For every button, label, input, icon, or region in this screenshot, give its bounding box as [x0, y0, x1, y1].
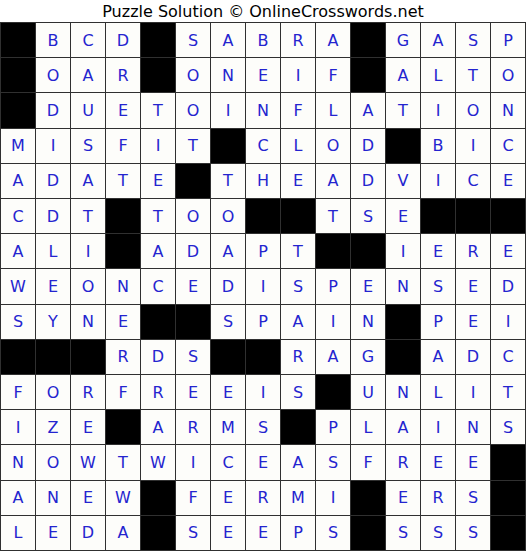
- block-cell-r1c1: [1, 23, 36, 58]
- letter-cell-r13c3: W: [71, 445, 106, 480]
- letter-cell-r6c7: O: [211, 199, 246, 234]
- letter-cell-r6c11: S: [351, 199, 386, 234]
- letter-cell-r9c4: E: [106, 305, 141, 340]
- letter-cell-r12c6: R: [176, 410, 211, 445]
- letter-cell-r9c2: Y: [36, 305, 71, 340]
- letter-cell-r10c14: D: [456, 340, 491, 375]
- block-cell-r10c12: [386, 340, 421, 375]
- letter-cell-r5c14: C: [456, 164, 491, 199]
- letter-cell-r15c3: D: [71, 516, 106, 551]
- letter-cell-r5c7: T: [211, 164, 246, 199]
- letter-cell-r5c13: I: [421, 164, 456, 199]
- block-cell-r4c7: [211, 129, 246, 164]
- crossword-grid: BCDSABRAGASPOARONEIFALTODUETOINFLATIONMI…: [0, 22, 526, 551]
- letter-cell-r12c13: I: [421, 410, 456, 445]
- letter-cell-r13c7: C: [211, 445, 246, 480]
- letter-cell-r9c11: N: [351, 305, 386, 340]
- block-cell-r7c4: [106, 234, 141, 269]
- letter-cell-r11c9: S: [281, 375, 316, 410]
- letter-cell-r4c2: I: [36, 129, 71, 164]
- block-cell-r10c1: [1, 340, 36, 375]
- letter-cell-r6c12: E: [386, 199, 421, 234]
- letter-cell-r3c12: T: [386, 93, 421, 128]
- letter-cell-r15c8: E: [246, 516, 281, 551]
- letter-cell-r11c12: N: [386, 375, 421, 410]
- letter-cell-r12c11: L: [351, 410, 386, 445]
- letter-cell-r10c9: R: [281, 340, 316, 375]
- letter-cell-r3c10: L: [316, 93, 351, 128]
- letter-cell-r5c12: V: [386, 164, 421, 199]
- letter-cell-r9c3: N: [71, 305, 106, 340]
- block-cell-r14c15: [491, 481, 526, 516]
- letter-cell-r4c10: O: [316, 129, 351, 164]
- block-cell-r14c11: [351, 481, 386, 516]
- letter-cell-r14c3: E: [71, 481, 106, 516]
- letter-cell-r13c13: E: [421, 445, 456, 480]
- letter-cell-r9c8: P: [246, 305, 281, 340]
- block-cell-r11c10: [316, 375, 351, 410]
- letter-cell-r11c2: O: [36, 375, 71, 410]
- letter-cell-r8c2: E: [36, 269, 71, 304]
- letter-cell-r3c5: T: [141, 93, 176, 128]
- letter-cell-r2c9: I: [281, 58, 316, 93]
- letter-cell-r8c4: N: [106, 269, 141, 304]
- letter-cell-r12c2: Z: [36, 410, 71, 445]
- letter-cell-r13c14: E: [456, 445, 491, 480]
- letter-cell-r14c9: M: [281, 481, 316, 516]
- letter-cell-r12c8: S: [246, 410, 281, 445]
- block-cell-r14c5: [141, 481, 176, 516]
- letter-cell-r4c13: B: [421, 129, 456, 164]
- block-cell-r4c12: [386, 129, 421, 164]
- block-cell-r2c1: [1, 58, 36, 93]
- letter-cell-r5c1: A: [1, 164, 36, 199]
- letter-cell-r10c5: D: [141, 340, 176, 375]
- letter-cell-r4c5: I: [141, 129, 176, 164]
- letter-cell-r5c8: H: [246, 164, 281, 199]
- letter-cell-r13c2: O: [36, 445, 71, 480]
- letter-cell-r14c4: W: [106, 481, 141, 516]
- letter-cell-r7c12: I: [386, 234, 421, 269]
- letter-cell-r4c9: L: [281, 129, 316, 164]
- letter-cell-r13c5: W: [141, 445, 176, 480]
- letter-cell-r7c2: L: [36, 234, 71, 269]
- letter-cell-r11c3: R: [71, 375, 106, 410]
- letter-cell-r11c14: I: [456, 375, 491, 410]
- letter-cell-r11c5: R: [141, 375, 176, 410]
- letter-cell-r12c10: P: [316, 410, 351, 445]
- block-cell-r13c15: [491, 445, 526, 480]
- letter-cell-r7c7: A: [211, 234, 246, 269]
- letter-cell-r1c6: S: [176, 23, 211, 58]
- block-cell-r10c8: [246, 340, 281, 375]
- block-cell-r1c5: [141, 23, 176, 58]
- letter-cell-r9c10: I: [316, 305, 351, 340]
- letter-cell-r8c14: E: [456, 269, 491, 304]
- letter-cell-r11c15: T: [491, 375, 526, 410]
- letter-cell-r3c9: F: [281, 93, 316, 128]
- letter-cell-r15c2: E: [36, 516, 71, 551]
- letter-cell-r13c4: T: [106, 445, 141, 480]
- letter-cell-r7c13: E: [421, 234, 456, 269]
- letter-cell-r14c10: I: [316, 481, 351, 516]
- page-title: Puzzle Solution © OnlineCrosswords.net: [0, 0, 526, 22]
- letter-cell-r15c14: S: [456, 516, 491, 551]
- block-cell-r1c11: [351, 23, 386, 58]
- block-cell-r10c3: [71, 340, 106, 375]
- letter-cell-r14c6: F: [176, 481, 211, 516]
- letter-cell-r7c1: A: [1, 234, 36, 269]
- block-cell-r12c9: [281, 410, 316, 445]
- block-cell-r15c15: [491, 516, 526, 551]
- block-cell-r2c5: [141, 58, 176, 93]
- letter-cell-r8c3: O: [71, 269, 106, 304]
- letter-cell-r10c13: A: [421, 340, 456, 375]
- letter-cell-r8c6: E: [176, 269, 211, 304]
- letter-cell-r11c4: F: [106, 375, 141, 410]
- letter-cell-r1c2: B: [36, 23, 71, 58]
- letter-cell-r1c4: D: [106, 23, 141, 58]
- letter-cell-r13c12: R: [386, 445, 421, 480]
- letter-cell-r15c10: S: [316, 516, 351, 551]
- letter-cell-r6c6: O: [176, 199, 211, 234]
- block-cell-r6c15: [491, 199, 526, 234]
- block-cell-r9c6: [176, 305, 211, 340]
- letter-cell-r5c9: E: [281, 164, 316, 199]
- letter-cell-r6c5: T: [141, 199, 176, 234]
- letter-cell-r10c10: A: [316, 340, 351, 375]
- letter-cell-r8c11: E: [351, 269, 386, 304]
- letter-cell-r3c14: O: [456, 93, 491, 128]
- letter-cell-r2c2: O: [36, 58, 71, 93]
- letter-cell-r4c3: S: [71, 129, 106, 164]
- letter-cell-r8c13: S: [421, 269, 456, 304]
- letter-cell-r1c10: A: [316, 23, 351, 58]
- letter-cell-r10c6: S: [176, 340, 211, 375]
- letter-cell-r11c11: U: [351, 375, 386, 410]
- letter-cell-r15c9: P: [281, 516, 316, 551]
- letter-cell-r12c7: M: [211, 410, 246, 445]
- letter-cell-r11c6: E: [176, 375, 211, 410]
- block-cell-r6c14: [456, 199, 491, 234]
- letter-cell-r7c3: I: [71, 234, 106, 269]
- letter-cell-r5c5: E: [141, 164, 176, 199]
- letter-cell-r12c1: I: [1, 410, 36, 445]
- letter-cell-r3c3: U: [71, 93, 106, 128]
- letter-cell-r3c13: I: [421, 93, 456, 128]
- letter-cell-r14c8: R: [246, 481, 281, 516]
- letter-cell-r3c7: I: [211, 93, 246, 128]
- letter-cell-r14c1: A: [1, 481, 36, 516]
- letter-cell-r15c12: S: [386, 516, 421, 551]
- letter-cell-r6c3: T: [71, 199, 106, 234]
- letter-cell-r7c15: E: [491, 234, 526, 269]
- letter-cell-r1c8: B: [246, 23, 281, 58]
- letter-cell-r4c11: D: [351, 129, 386, 164]
- block-cell-r12c4: [106, 410, 141, 445]
- letter-cell-r4c6: T: [176, 129, 211, 164]
- letter-cell-r2c12: A: [386, 58, 421, 93]
- block-cell-r10c7: [211, 340, 246, 375]
- letter-cell-r2c13: L: [421, 58, 456, 93]
- letter-cell-r12c14: N: [456, 410, 491, 445]
- letter-cell-r8c15: D: [491, 269, 526, 304]
- letter-cell-r3c11: A: [351, 93, 386, 128]
- letter-cell-r8c8: I: [246, 269, 281, 304]
- letter-cell-r7c8: P: [246, 234, 281, 269]
- block-cell-r7c11: [351, 234, 386, 269]
- letter-cell-r5c10: A: [316, 164, 351, 199]
- letter-cell-r8c7: D: [211, 269, 246, 304]
- letter-cell-r2c14: T: [456, 58, 491, 93]
- letter-cell-r13c11: F: [351, 445, 386, 480]
- block-cell-r5c6: [176, 164, 211, 199]
- letter-cell-r3c8: N: [246, 93, 281, 128]
- letter-cell-r15c6: S: [176, 516, 211, 551]
- letter-cell-r8c9: S: [281, 269, 316, 304]
- letter-cell-r10c15: C: [491, 340, 526, 375]
- block-cell-r6c13: [421, 199, 456, 234]
- block-cell-r15c5: [141, 516, 176, 551]
- letter-cell-r13c6: I: [176, 445, 211, 480]
- letter-cell-r8c1: W: [1, 269, 36, 304]
- letter-cell-r14c13: R: [421, 481, 456, 516]
- letter-cell-r1c9: R: [281, 23, 316, 58]
- block-cell-r7c10: [316, 234, 351, 269]
- block-cell-r9c12: [386, 305, 421, 340]
- letter-cell-r5c15: E: [491, 164, 526, 199]
- letter-cell-r2c10: F: [316, 58, 351, 93]
- letter-cell-r14c14: S: [456, 481, 491, 516]
- letter-cell-r13c1: N: [1, 445, 36, 480]
- letter-cell-r5c4: T: [106, 164, 141, 199]
- letter-cell-r1c12: G: [386, 23, 421, 58]
- letter-cell-r12c12: A: [386, 410, 421, 445]
- letter-cell-r1c3: C: [71, 23, 106, 58]
- letter-cell-r8c10: P: [316, 269, 351, 304]
- letter-cell-r3c2: D: [36, 93, 71, 128]
- letter-cell-r11c8: I: [246, 375, 281, 410]
- letter-cell-r15c4: A: [106, 516, 141, 551]
- letter-cell-r12c3: E: [71, 410, 106, 445]
- letter-cell-r7c5: A: [141, 234, 176, 269]
- letter-cell-r9c14: E: [456, 305, 491, 340]
- letter-cell-r7c6: D: [176, 234, 211, 269]
- letter-cell-r2c15: O: [491, 58, 526, 93]
- block-cell-r6c8: [246, 199, 281, 234]
- letter-cell-r11c13: L: [421, 375, 456, 410]
- letter-cell-r10c4: R: [106, 340, 141, 375]
- letter-cell-r1c13: A: [421, 23, 456, 58]
- letter-cell-r3c15: N: [491, 93, 526, 128]
- block-cell-r2c11: [351, 58, 386, 93]
- letter-cell-r15c13: S: [421, 516, 456, 551]
- letter-cell-r15c1: L: [1, 516, 36, 551]
- block-cell-r15c11: [351, 516, 386, 551]
- letter-cell-r3c4: E: [106, 93, 141, 128]
- letter-cell-r12c15: S: [491, 410, 526, 445]
- letter-cell-r5c2: D: [36, 164, 71, 199]
- letter-cell-r6c1: C: [1, 199, 36, 234]
- letter-cell-r2c6: O: [176, 58, 211, 93]
- letter-cell-r7c14: R: [456, 234, 491, 269]
- letter-cell-r2c4: R: [106, 58, 141, 93]
- letter-cell-r4c14: I: [456, 129, 491, 164]
- block-cell-r6c4: [106, 199, 141, 234]
- letter-cell-r14c7: E: [211, 481, 246, 516]
- letter-cell-r7c9: T: [281, 234, 316, 269]
- letter-cell-r14c12: E: [386, 481, 421, 516]
- block-cell-r9c5: [141, 305, 176, 340]
- letter-cell-r2c8: E: [246, 58, 281, 93]
- letter-cell-r9c15: I: [491, 305, 526, 340]
- letter-cell-r10c11: G: [351, 340, 386, 375]
- letter-cell-r13c8: E: [246, 445, 281, 480]
- letter-cell-r5c3: A: [71, 164, 106, 199]
- letter-cell-r9c9: A: [281, 305, 316, 340]
- letter-cell-r2c3: A: [71, 58, 106, 93]
- block-cell-r3c1: [1, 93, 36, 128]
- letter-cell-r4c8: C: [246, 129, 281, 164]
- letter-cell-r9c13: P: [421, 305, 456, 340]
- block-cell-r6c9: [281, 199, 316, 234]
- letter-cell-r12c5: A: [141, 410, 176, 445]
- letter-cell-r3c6: O: [176, 93, 211, 128]
- letter-cell-r4c1: M: [1, 129, 36, 164]
- letter-cell-r4c15: C: [491, 129, 526, 164]
- letter-cell-r6c2: D: [36, 199, 71, 234]
- block-cell-r10c2: [36, 340, 71, 375]
- letter-cell-r9c7: S: [211, 305, 246, 340]
- letter-cell-r1c15: P: [491, 23, 526, 58]
- letter-cell-r13c9: A: [281, 445, 316, 480]
- letter-cell-r8c5: C: [141, 269, 176, 304]
- letter-cell-r6c10: T: [316, 199, 351, 234]
- letter-cell-r13c10: S: [316, 445, 351, 480]
- letter-cell-r11c1: F: [1, 375, 36, 410]
- letter-cell-r9c1: S: [1, 305, 36, 340]
- letter-cell-r5c11: D: [351, 164, 386, 199]
- letter-cell-r1c14: S: [456, 23, 491, 58]
- letter-cell-r14c2: N: [36, 481, 71, 516]
- letter-cell-r1c7: A: [211, 23, 246, 58]
- letter-cell-r15c7: E: [211, 516, 246, 551]
- letter-cell-r11c7: E: [211, 375, 246, 410]
- letter-cell-r4c4: F: [106, 129, 141, 164]
- letter-cell-r8c12: N: [386, 269, 421, 304]
- letter-cell-r2c7: N: [211, 58, 246, 93]
